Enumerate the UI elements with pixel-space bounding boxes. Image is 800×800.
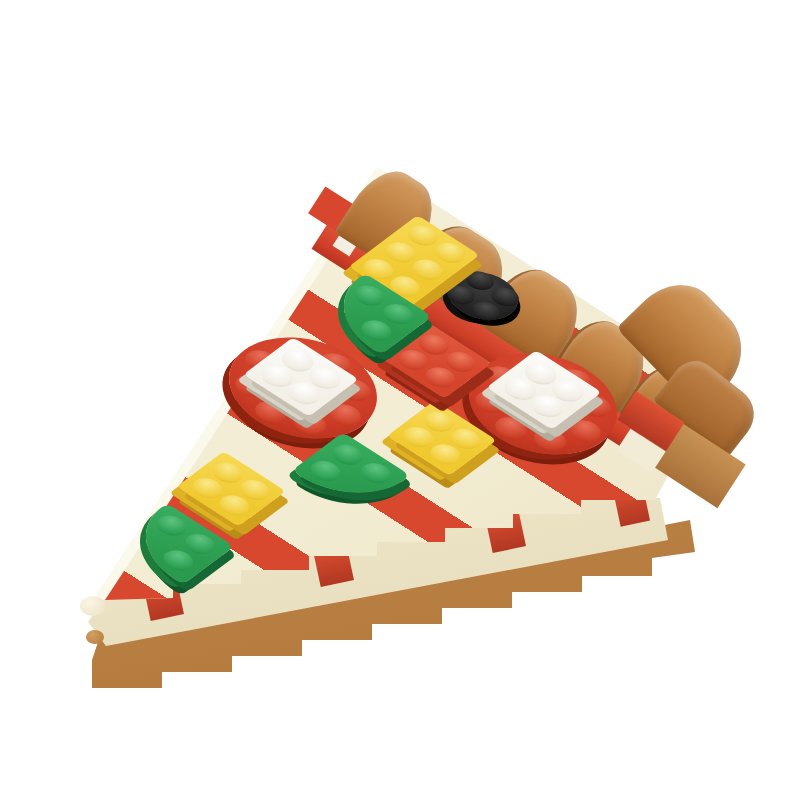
plate-stud <box>355 459 396 488</box>
tip-stud-cream <box>80 596 106 616</box>
plate-stud <box>563 416 607 447</box>
tip-stud-tan <box>86 630 104 644</box>
plate-stud <box>528 424 572 455</box>
plate-stud <box>323 400 367 431</box>
pizza-slice-photo <box>0 0 800 800</box>
plate-stud <box>349 281 390 310</box>
plate-stud <box>151 511 192 540</box>
